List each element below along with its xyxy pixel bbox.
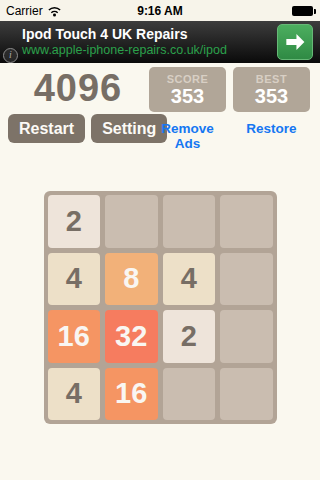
tile-4: 4	[48, 368, 101, 421]
battery-icon	[292, 6, 313, 16]
ad-title: Ipod Touch 4 UK Repairs	[22, 26, 268, 43]
app-screen: Carrier 9:16 AM Ipod Touch 4 UK Repairs …	[0, 0, 320, 480]
best-value: 353	[255, 85, 288, 107]
ad-arrow-button[interactable]	[277, 24, 313, 60]
score-box: SCORE 353	[149, 67, 226, 112]
empty-cell	[163, 368, 216, 421]
best-label: BEST	[256, 73, 287, 85]
best-box: BEST 353	[233, 67, 310, 112]
empty-cell	[220, 253, 273, 306]
ad-banner[interactable]: Ipod Touch 4 UK Repairs www.apple-iphone…	[0, 21, 320, 63]
tile-2: 2	[48, 195, 101, 248]
tile-2: 2	[163, 310, 216, 363]
restore-link[interactable]: Restore	[233, 121, 310, 151]
tile-32: 32	[105, 310, 158, 363]
tile-4: 4	[48, 253, 101, 306]
game-header: 4096 Restart Setting SCORE 353 BEST 353 …	[0, 63, 320, 151]
empty-cell	[163, 195, 216, 248]
tile-8: 8	[105, 253, 158, 306]
empty-cell	[105, 195, 158, 248]
tile-4: 4	[163, 253, 216, 306]
remove-ads-link[interactable]: Remove Ads	[149, 121, 226, 151]
game-title: 4096	[8, 67, 148, 109]
score-value: 353	[171, 85, 204, 107]
ad-info-icon[interactable]: i	[3, 48, 18, 63]
board-grid[interactable]: 248416322416	[44, 191, 277, 424]
ad-url: www.apple-iphone-repairs.co.uk/ipod	[22, 43, 268, 58]
empty-cell	[220, 368, 273, 421]
empty-cell	[220, 310, 273, 363]
tile-16: 16	[105, 368, 158, 421]
arrow-right-icon	[282, 29, 308, 55]
score-label: SCORE	[167, 73, 209, 85]
clock: 9:16 AM	[0, 4, 320, 18]
status-bar: Carrier 9:16 AM	[0, 0, 320, 21]
tile-16: 16	[48, 310, 101, 363]
empty-cell	[220, 195, 273, 248]
restart-button[interactable]: Restart	[8, 114, 85, 143]
